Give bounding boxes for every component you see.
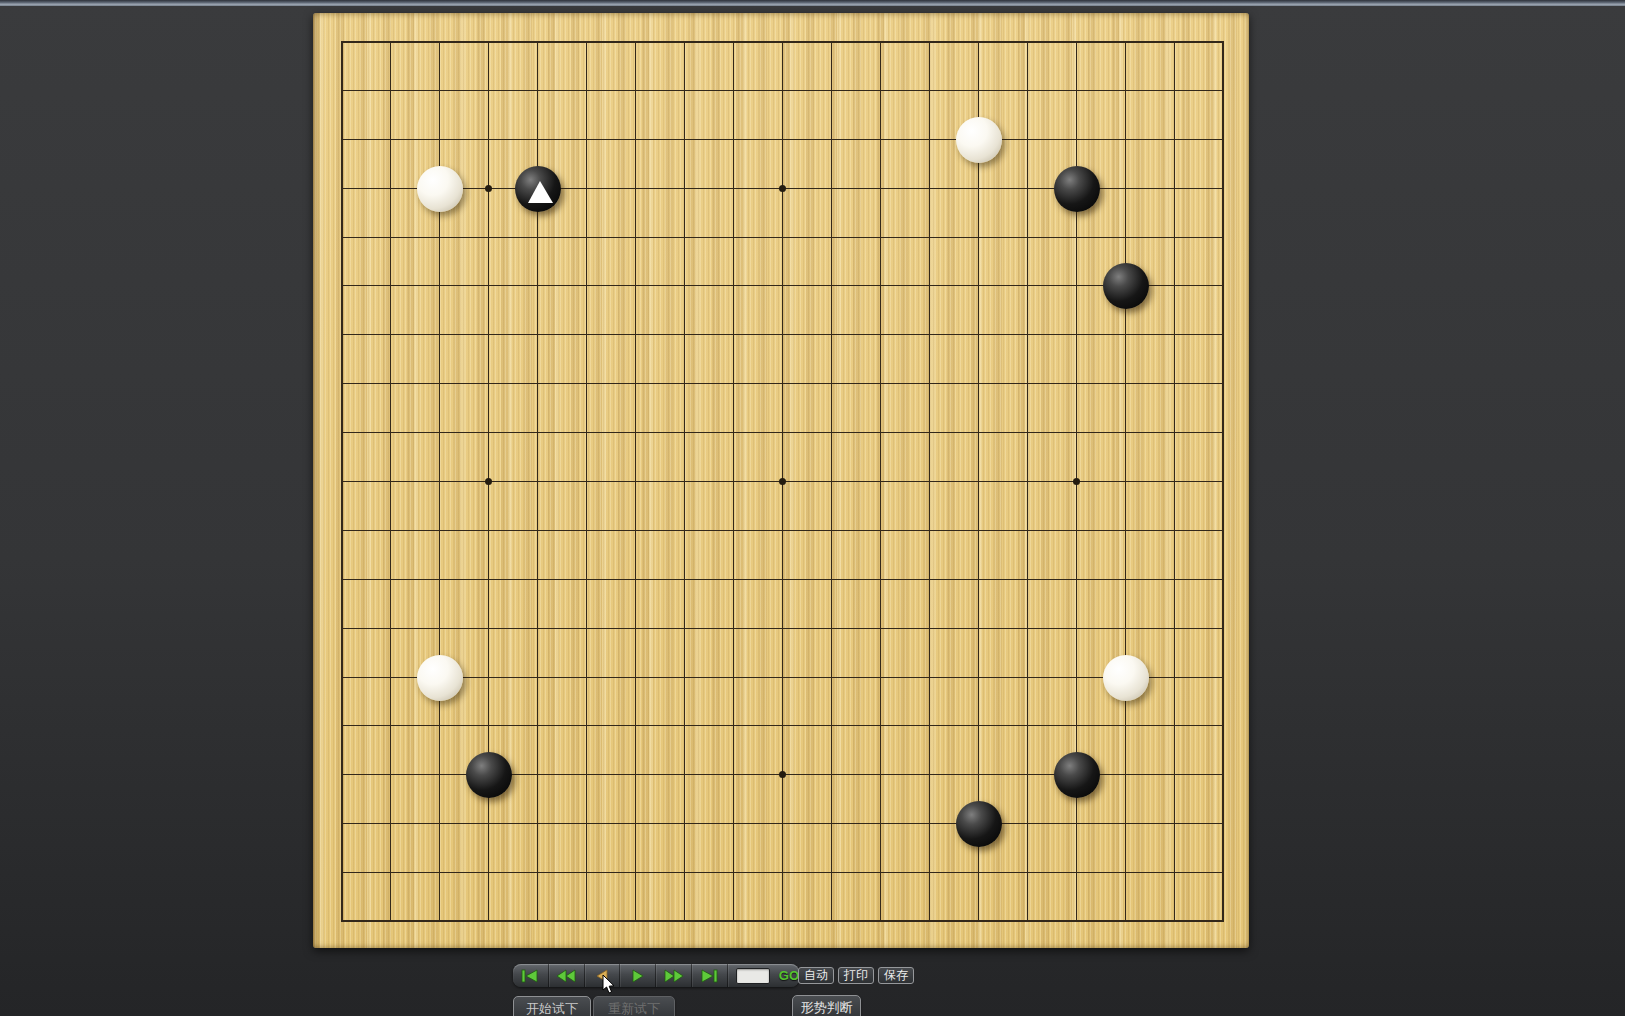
white-stone-C16: [417, 166, 463, 212]
go-board: [313, 13, 1249, 948]
star-point: [485, 185, 492, 192]
grid-line-v: [1174, 41, 1175, 922]
navigation-toolbar: GO: [513, 964, 799, 987]
go-to-end-icon: [699, 969, 719, 983]
grid-line-h: [341, 628, 1224, 629]
forward-1-button[interactable]: [620, 964, 656, 987]
star-point: [485, 478, 492, 485]
grid-line-v: [1222, 41, 1224, 922]
restart-trial-button-disabled: 重新试下: [593, 996, 675, 1016]
black-stone-D4: [466, 752, 512, 798]
star-point: [1073, 478, 1080, 485]
grid-line-h: [341, 677, 1224, 678]
auto-play-button[interactable]: 自动: [798, 967, 834, 984]
grid-line-h: [341, 872, 1224, 873]
grid-line-h: [341, 530, 1224, 531]
back-1-button[interactable]: [585, 964, 621, 987]
move-number-input[interactable]: [736, 968, 770, 984]
white-stone-R6: [1103, 655, 1149, 701]
white-stone-C6: [417, 655, 463, 701]
black-stone-Q16: [1054, 166, 1100, 212]
grid-line-v: [880, 41, 881, 922]
forward-10-button[interactable]: [656, 964, 692, 987]
grid-line-h: [341, 823, 1224, 824]
top-strip: [0, 0, 1625, 6]
grid-line-v: [1027, 41, 1028, 922]
back-10-button[interactable]: [549, 964, 585, 987]
go-board-grid[interactable]: [341, 41, 1224, 922]
go-to-start-icon: [520, 969, 540, 983]
print-button[interactable]: 打印: [838, 967, 874, 984]
grid-line-h: [341, 920, 1224, 922]
go-to-end-button[interactable]: [692, 964, 728, 987]
grid-line-v: [929, 41, 930, 922]
forward-10-icon: [664, 969, 684, 983]
star-point: [779, 185, 786, 192]
grid-line-v: [831, 41, 832, 922]
star-point: [779, 478, 786, 485]
grid-line-h: [341, 579, 1224, 580]
black-stone-O3: [956, 801, 1002, 847]
grid-line-v: [978, 41, 979, 922]
white-stone-O17: [956, 117, 1002, 163]
black-stone-R14: [1103, 263, 1149, 309]
grid-line-v: [1125, 41, 1126, 922]
grid-line-h: [341, 725, 1224, 726]
save-button[interactable]: 保存: [878, 967, 914, 984]
go-to-start-button[interactable]: [513, 964, 549, 987]
back-1-icon-hovered: [592, 969, 612, 983]
black-stone-Q4: [1054, 752, 1100, 798]
screen: GO 自动 打印 保存 开始试下 重新试下 形势判断: [0, 0, 1625, 1016]
last-move-marker-icon: [515, 166, 561, 212]
star-point: [779, 771, 786, 778]
go-button[interactable]: GO: [779, 968, 799, 983]
back-10-icon: [556, 969, 576, 983]
position-judgement-button[interactable]: 形势判断: [792, 995, 861, 1016]
action-buttons-row: 自动 打印 保存: [798, 967, 914, 984]
start-trial-button[interactable]: 开始试下: [513, 996, 591, 1016]
black-stone-E16: [515, 166, 561, 212]
forward-1-icon: [628, 969, 648, 983]
